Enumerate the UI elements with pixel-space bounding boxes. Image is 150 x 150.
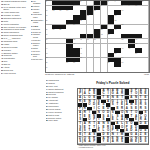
clue-number: 31	[46, 34, 48, 35]
clue-number-label: 58	[31, 5, 33, 7]
clue-number: 50	[115, 53, 117, 54]
puzzle-cell[interactable]	[101, 53, 108, 57]
puzzle-cell[interactable]	[101, 10, 108, 14]
puzzle-cell[interactable]	[142, 6, 149, 10]
clue-number-label: 53	[1, 69, 3, 71]
puzzle-cell[interactable]	[52, 48, 59, 52]
solved-letter: W	[130, 140, 133, 143]
clue-number: 3	[108, 1, 109, 2]
clue-item: 61 Malt shop order	[31, 13, 44, 18]
puzzle-cell[interactable]	[59, 53, 66, 57]
clue-number: 52	[46, 57, 48, 58]
black-cell	[73, 48, 80, 52]
clue-number-label: 51	[1, 66, 3, 68]
crossword-grid-blank: 1234567891011121314151617181920212223242…	[45, 0, 150, 73]
solved-letter: N	[84, 140, 86, 143]
solved-letter: S	[144, 140, 146, 143]
puzzle-cell[interactable]: 14	[66, 10, 73, 14]
puzzle-cell[interactable]	[52, 62, 59, 66]
puzzle-cell[interactable]	[128, 10, 135, 14]
puzzle-cell[interactable]: 4	[114, 1, 121, 5]
puzzle-cell[interactable]	[101, 67, 108, 71]
clue-number: 7	[101, 5, 102, 6]
clue-number: 49	[80, 53, 82, 54]
puzzle-cell[interactable]: 33	[108, 34, 115, 38]
solved-letter: T	[93, 126, 95, 129]
clue-number-label: 12	[46, 85, 48, 87]
solved-letter: I	[94, 107, 95, 110]
clue-number-label: 10	[46, 79, 48, 81]
solved-cell: E	[106, 140, 110, 143]
puzzle-cell[interactable]: 59	[121, 62, 128, 66]
puzzle-cell[interactable]	[59, 20, 66, 24]
solved-letter: O	[121, 126, 123, 129]
clue-number-label: 59	[31, 8, 33, 10]
byline: Created by Jacqueline E. Mathews	[45, 73, 74, 75]
clue-number-label: 54	[1, 72, 3, 74]
clue-number: 14	[66, 10, 68, 11]
clue-number-label: 25	[46, 99, 48, 101]
crossword-grid-solved: STABARABSSPASPALECIGARTONEALOETENETANTER…	[77, 88, 149, 145]
clue-number-label: 3	[31, 33, 32, 35]
puzzle-cell[interactable]	[94, 48, 101, 52]
clue-number-label: 7	[31, 50, 32, 52]
puzzle-cell[interactable]	[114, 67, 121, 71]
puzzle-cell[interactable]	[87, 20, 94, 24]
clue-number: 18	[87, 15, 89, 16]
puzzle-cell[interactable]	[101, 62, 108, 66]
solved-letter: S	[121, 140, 123, 143]
solved-cell: D	[139, 140, 143, 143]
black-cell	[52, 1, 59, 5]
puzzle-cell[interactable]: 46	[121, 48, 128, 52]
clue-number: 53	[80, 57, 82, 58]
clue-number: 35	[73, 39, 75, 40]
puzzle-cell[interactable]	[142, 39, 149, 43]
puzzle-cell[interactable]	[128, 67, 135, 71]
puzzle-cell[interactable]	[52, 58, 59, 62]
solved-letter: E	[116, 107, 118, 110]
black-cell	[108, 20, 115, 24]
puzzle-cell[interactable]	[108, 67, 115, 71]
clue-number: 58	[108, 62, 110, 63]
puzzle-cell[interactable]	[114, 6, 121, 10]
down-clues-continuation-column: 10 Wading bird11 Singles12 Fuzzy fruit14…	[46, 79, 76, 150]
puzzle-cell[interactable]: 10	[135, 6, 142, 10]
puzzle-cell[interactable]: 2	[80, 1, 87, 5]
clue-number-label: 21	[46, 96, 48, 98]
puzzle-cell[interactable]	[87, 25, 94, 29]
puzzle-cell[interactable]	[108, 10, 115, 14]
clue-item: 5 Mischief-maker	[31, 42, 44, 47]
clue-number-label: 32	[46, 108, 48, 110]
solved-cell: E	[134, 140, 138, 143]
puzzle-cell[interactable]: 60	[46, 67, 53, 71]
puzzle-cell[interactable]	[142, 67, 149, 71]
puzzle-cell[interactable]	[121, 29, 128, 33]
clue-number-label: 19	[1, 11, 3, 13]
puzzle-cell[interactable]	[135, 10, 142, 14]
across-down-clues-column: 56 Mr. Onassis58 Pitcher59 Slangy assent…	[31, 0, 44, 150]
clue-number-label: 18	[46, 93, 48, 95]
puzzle-cell[interactable]: 28	[59, 29, 66, 33]
puzzle-cell[interactable]	[66, 34, 73, 38]
clue-number: 41	[46, 43, 48, 44]
puzzle-cell[interactable]	[142, 58, 149, 62]
puzzle-cell[interactable]	[94, 15, 101, 19]
clue-number-label: 13	[1, 0, 3, 2]
solved-letter: E	[135, 118, 137, 121]
puzzle-cell[interactable]: 27	[52, 29, 59, 33]
puzzle-cell[interactable]	[128, 25, 135, 29]
puzzle-cell[interactable]	[142, 44, 149, 48]
clue-number: 6	[73, 5, 74, 6]
puzzle-cell[interactable]	[114, 39, 121, 43]
clue-number: 39	[122, 39, 124, 40]
puzzle-cell[interactable]: 56	[66, 62, 73, 66]
solved-letter: S	[112, 103, 114, 106]
black-cell	[66, 39, 73, 43]
puzzle-cell[interactable]: 24	[73, 25, 80, 29]
solved-cell: N	[83, 140, 87, 143]
clue-number-label: 34	[46, 111, 48, 113]
puzzle-cell[interactable]	[87, 1, 94, 5]
puzzle-cell[interactable]	[59, 39, 66, 43]
solved-letter: E	[98, 129, 100, 132]
black-cell	[94, 29, 101, 33]
puzzle-cell[interactable]	[101, 39, 108, 43]
puzzle-cell[interactable]	[87, 58, 94, 62]
puzzle-cell[interactable]	[121, 67, 128, 71]
puzzle-cell[interactable]	[52, 34, 59, 38]
puzzle-cell[interactable]: 16	[121, 10, 128, 14]
puzzle-cell[interactable]	[128, 53, 135, 57]
puzzle-cell[interactable]	[108, 44, 115, 48]
clue-number-label: 17	[1, 6, 3, 8]
solved-cell: S	[143, 140, 147, 143]
solved-letter: E	[112, 118, 114, 121]
clue-number: 1	[46, 1, 47, 2]
puzzle-cell[interactable]	[142, 48, 149, 52]
puzzle-cell[interactable]: 38	[94, 39, 101, 43]
puzzle-cell[interactable]: 13	[59, 10, 66, 14]
clue-number-label: 23	[1, 20, 3, 22]
puzzle-cell[interactable]	[135, 25, 142, 29]
puzzle-cell[interactable]	[80, 62, 87, 66]
clue-number: 4	[115, 1, 116, 2]
clue-number-label: 15	[1, 3, 3, 5]
solved-letter: T	[130, 115, 132, 118]
clue-number-label: 37	[46, 117, 48, 119]
solved-cell: S	[78, 140, 82, 143]
puzzle-cell[interactable]	[142, 25, 149, 29]
clue-number: 59	[122, 62, 124, 63]
clue-number: 46	[122, 48, 124, 49]
puzzle-cell[interactable]	[128, 29, 135, 33]
puzzle-cell[interactable]	[59, 48, 66, 52]
puzzle-cell[interactable]	[87, 62, 94, 66]
clue-number: 10	[135, 5, 137, 6]
solved-letter: R	[116, 140, 118, 143]
puzzle-cell[interactable]	[114, 44, 121, 48]
puzzle-cell[interactable]	[73, 29, 80, 33]
puzzle-cell[interactable]	[101, 15, 108, 19]
solved-letter: E	[84, 115, 86, 118]
puzzle-cell[interactable]: 21	[80, 20, 87, 24]
clue-number-label: 33	[1, 34, 3, 36]
solved-cell: R	[115, 140, 119, 143]
clue-number: 24	[73, 24, 75, 25]
solved-letter: A	[88, 140, 90, 143]
black-cell	[94, 1, 101, 5]
solved-letter: A	[112, 140, 114, 143]
puzzle-cell[interactable]	[108, 39, 115, 43]
solved-letter: Y	[102, 140, 104, 143]
puzzle-cell[interactable]	[66, 15, 73, 19]
clue-item: 17 TV's "Orange Is the New Black"	[1, 6, 29, 11]
clue-number-label: 29	[1, 28, 3, 30]
puzzle-cell[interactable]: 43	[135, 44, 142, 48]
puzzle-cell[interactable]: 57	[73, 62, 80, 66]
puzzle-cell[interactable]: 9	[128, 6, 135, 10]
puzzle-cell[interactable]: 22	[114, 20, 121, 24]
clue-number-label: 8	[31, 53, 32, 55]
clue-number: 27	[53, 29, 55, 30]
puzzle-cell[interactable]	[94, 62, 101, 66]
puzzle-cell[interactable]: 6	[73, 6, 80, 10]
solved-letter: T	[103, 96, 105, 99]
copyright-line-2: All Rights Reserved.	[78, 147, 105, 149]
solved-cell: A	[87, 140, 91, 143]
puzzle-cell[interactable]: 18	[87, 15, 94, 19]
clue-number-label: 48	[1, 60, 3, 62]
puzzle-cell[interactable]: 1	[46, 1, 53, 5]
solved-cell: W	[129, 140, 133, 143]
puzzle-cell[interactable]	[142, 29, 149, 33]
black-cell	[128, 34, 135, 38]
clue-number-label: 4	[31, 39, 32, 41]
puzzle-cell[interactable]	[80, 6, 87, 10]
puzzle-cell[interactable]	[128, 58, 135, 62]
puzzle-cell[interactable]	[52, 39, 59, 43]
clue-number: 26	[46, 29, 48, 30]
clue-number-label: 5	[31, 42, 32, 44]
puzzle-cell[interactable]	[52, 53, 59, 57]
puzzle-cell[interactable]: 20	[46, 20, 53, 24]
clue-number: 25	[122, 24, 124, 25]
puzzle-cell[interactable]	[108, 6, 115, 10]
solved-letter: E	[135, 140, 137, 143]
across-clues-column: 13 Largest Caribbean island15 Big rig17 …	[1, 0, 29, 150]
clue-number-label: 1	[31, 28, 32, 30]
puzzle-cell[interactable]: 58	[108, 62, 115, 66]
puzzle-cell[interactable]: 12	[52, 10, 59, 14]
black-cell	[73, 53, 80, 57]
clue-number-label: 14	[46, 88, 48, 90]
puzzle-cell[interactable]	[114, 34, 121, 38]
black-cell	[125, 140, 129, 143]
puzzle-cell[interactable]: 42	[73, 44, 80, 48]
black-cell	[114, 58, 121, 62]
puzzle-cell[interactable]	[94, 20, 101, 24]
clue-number: 22	[115, 20, 117, 21]
solved-letter: P	[93, 140, 95, 143]
clue-number-label: 26	[1, 26, 3, 28]
clue-number: 9	[128, 5, 129, 6]
clue-number-label: 62	[31, 19, 33, 21]
puzzle-cell[interactable]	[142, 34, 149, 38]
clue-number-label: 22	[1, 17, 3, 19]
puzzle-cell[interactable]	[142, 20, 149, 24]
solved-letter: E	[84, 100, 86, 103]
clue-number-label: 24	[1, 23, 3, 25]
clue-number: 17	[46, 15, 48, 16]
puzzle-cell[interactable]	[52, 67, 59, 71]
clue-number: 51	[135, 53, 137, 54]
puzzle-cell[interactable]	[66, 67, 73, 71]
clue-number-label: 44	[1, 52, 3, 54]
puzzle-cell[interactable]: 5	[142, 1, 149, 5]
puzzle-cell[interactable]	[135, 29, 142, 33]
puzzle-cell[interactable]	[108, 48, 115, 52]
clue-number: 23	[66, 24, 68, 25]
clue-number: 33	[108, 34, 110, 35]
puzzle-cell[interactable]	[73, 67, 80, 71]
black-cell	[66, 1, 73, 5]
black-cell	[97, 140, 101, 143]
solved-letter: D	[140, 122, 142, 125]
puzzle-cell[interactable]	[94, 67, 101, 71]
clue-item: 8 Chimney duct	[31, 53, 44, 58]
clue-number: 45	[80, 48, 82, 49]
puzzle-cell[interactable]	[101, 44, 108, 48]
puzzle-cell[interactable]: 51	[135, 53, 142, 57]
clue-number: 2	[80, 1, 81, 2]
clue-number: 42	[73, 43, 75, 44]
clue-number: 21	[80, 20, 82, 21]
clue-number-label: 39	[1, 43, 3, 45]
clue-number: 5	[142, 1, 143, 2]
solved-letter: R	[79, 100, 81, 103]
puzzle-cell[interactable]: 3	[108, 1, 115, 5]
clue-number: 36	[80, 39, 82, 40]
puzzle-cell[interactable]: 7	[101, 6, 108, 10]
clue-number-label: 46	[1, 57, 3, 59]
puzzle-cell[interactable]	[52, 15, 59, 19]
grid-caption-row: Created by Jacqueline E. Mathews 4/3/21	[45, 73, 149, 75]
puzzle-cell[interactable]	[66, 29, 73, 33]
puzzle-cell[interactable]	[142, 53, 149, 57]
clue-number-label: 38	[46, 119, 48, 121]
puzzle-cell[interactable]	[135, 20, 142, 24]
puzzle-cell[interactable]	[87, 67, 94, 71]
puzzle-cell[interactable]	[135, 15, 142, 19]
puzzle-cell[interactable]	[59, 44, 66, 48]
puzzle-cell[interactable]	[80, 25, 87, 29]
solved-letter: A	[107, 100, 109, 103]
puzzle-cell[interactable]	[94, 53, 101, 57]
clue-number-label: 6	[31, 47, 32, 49]
puzzle-cell[interactable]	[101, 48, 108, 52]
puzzle-cell[interactable]	[135, 67, 142, 71]
puzzle-cell[interactable]	[87, 48, 94, 52]
clue-number-label: 35	[46, 114, 48, 116]
puzzle-cell[interactable]	[94, 25, 101, 29]
puzzle-cell[interactable]	[52, 44, 59, 48]
puzzle-cell[interactable]	[59, 58, 66, 62]
puzzle-cell[interactable]	[59, 62, 66, 66]
clue-number-label: 30	[46, 105, 48, 107]
puzzle-cell[interactable]	[94, 58, 101, 62]
clue-number: 34	[46, 39, 48, 40]
puzzle-cell[interactable]: 30	[114, 29, 121, 33]
clue-number-label: 61	[31, 13, 33, 15]
puzzle-cell[interactable]	[87, 44, 94, 48]
puzzle-cell[interactable]: 15	[94, 10, 101, 14]
black-cell	[66, 48, 73, 52]
puzzle-cell[interactable]	[128, 62, 135, 66]
puzzle-cell[interactable]	[87, 29, 94, 33]
puzzle-cell[interactable]	[101, 20, 108, 24]
clue-number: 20	[46, 20, 48, 21]
copyright-block: ©2021 Tribune Content Agency, LLC All Ri…	[78, 145, 105, 149]
puzzle-cell[interactable]	[135, 58, 142, 62]
puzzle-cell[interactable]: 37	[87, 39, 94, 43]
puzzle-cell[interactable]: 50	[114, 53, 121, 57]
puzzle-cell[interactable]: 53	[80, 58, 87, 62]
clue-number: 30	[115, 29, 117, 30]
puzzle-cell[interactable]: 25	[121, 25, 128, 29]
puzzle-cell[interactable]	[142, 15, 149, 19]
puzzle-cell[interactable]	[128, 20, 135, 24]
puzzle-cell[interactable]	[59, 15, 66, 19]
puzzle-cell[interactable]	[87, 53, 94, 57]
puzzle-cell[interactable]	[73, 10, 80, 14]
solved-letter: S	[79, 140, 81, 143]
puzzle-cell[interactable]	[142, 10, 149, 14]
puzzle-cell[interactable]	[142, 62, 149, 66]
puzzle-cell[interactable]	[94, 44, 101, 48]
puzzle-cell[interactable]	[59, 67, 66, 71]
clue-number: 8	[122, 5, 123, 6]
puzzle-cell[interactable]	[80, 67, 87, 71]
black-cell	[108, 53, 115, 57]
black-cell	[66, 53, 73, 57]
puzzle-cell[interactable]	[128, 15, 135, 19]
puzzle-cell[interactable]	[108, 25, 115, 29]
clue-number-label: 36	[1, 37, 3, 39]
puzzle-cell[interactable]	[135, 62, 142, 66]
clue-number-label: 11	[46, 82, 48, 84]
puzzle-cell[interactable]	[59, 34, 66, 38]
puzzle-cell[interactable]: 23	[66, 25, 73, 29]
black-cell	[80, 10, 87, 14]
puzzle-cell[interactable]	[52, 20, 59, 24]
clue-number: 43	[135, 43, 137, 44]
puzzle-cell[interactable]	[101, 58, 108, 62]
puzzle-cell[interactable]	[80, 29, 87, 33]
puzzle-cell[interactable]: 47	[128, 48, 135, 52]
clue-number-label: 40	[1, 46, 3, 48]
clue-item: 62 Respiratory organ	[31, 19, 44, 24]
puzzle-cell[interactable]: 32	[101, 34, 108, 38]
puzzle-cell[interactable]: 36	[80, 39, 87, 43]
puzzle-cell[interactable]	[121, 15, 128, 19]
clue-number: 37	[87, 39, 89, 40]
clue-number: 56	[66, 62, 68, 63]
puzzle-cell[interactable]: 39	[121, 39, 128, 43]
black-cell	[108, 15, 115, 19]
